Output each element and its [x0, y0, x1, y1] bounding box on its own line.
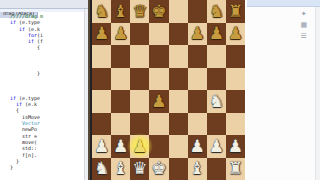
piece-wq-c1[interactable]: ♛ — [130, 158, 149, 181]
square-c6[interactable] — [130, 45, 149, 68]
square-f5[interactable] — [188, 68, 207, 91]
square-b1[interactable]: ♝ — [111, 158, 130, 181]
piece-bb-b8[interactable]: ♝ — [111, 0, 130, 23]
square-g2[interactable]: ♟ — [207, 135, 226, 158]
piece-wp-g2[interactable]: ♟ — [207, 135, 226, 158]
piece-bp-f7[interactable]: ♟ — [188, 23, 207, 46]
piece-wr-h1[interactable]: ♜ — [226, 158, 245, 181]
square-e1[interactable] — [169, 158, 188, 181]
piece-bk-d8[interactable]: ♚ — [149, 0, 168, 23]
chess-board: ♞♝♛♚♞♜♟♟♟♟♟♟♞♟♟♟♟♟♟♞♝♛♚♝♜ — [92, 0, 245, 180]
square-f1[interactable]: ♝ — [188, 158, 207, 181]
square-g1[interactable] — [207, 158, 226, 181]
side-panel-titlebar — [247, 0, 320, 7]
code-area[interactable]: /////drag mif (e.type if (e.k for(i if (… — [0, 13, 85, 180]
list-icon[interactable]: ☰ — [301, 32, 307, 40]
square-g5[interactable] — [207, 68, 226, 91]
square-b5[interactable] — [111, 68, 130, 91]
square-e3[interactable] — [169, 113, 188, 136]
square-g8[interactable]: ♞ — [207, 0, 226, 23]
square-h6[interactable] — [226, 45, 245, 68]
square-b6[interactable] — [111, 45, 130, 68]
square-c4[interactable] — [130, 90, 149, 113]
code-editor: drag (Ataca) /////drag mif (e.type if (e… — [0, 0, 88, 180]
square-f8[interactable] — [188, 0, 207, 23]
piece-wp-b2[interactable]: ♟ — [111, 135, 130, 158]
square-c5[interactable] — [130, 68, 149, 91]
piece-bn-a8[interactable]: ♞ — [92, 0, 111, 23]
grid-icon[interactable]: ▦ — [300, 21, 307, 29]
square-d5[interactable] — [149, 68, 168, 91]
square-a5[interactable] — [92, 68, 111, 91]
square-a1[interactable]: ♞ — [92, 158, 111, 181]
square-a8[interactable]: ♞ — [92, 0, 111, 23]
square-g6[interactable] — [207, 45, 226, 68]
square-a6[interactable] — [92, 45, 111, 68]
square-e4[interactable] — [169, 90, 188, 113]
star-icon[interactable]: ✦ — [301, 10, 307, 18]
piece-bp-d4[interactable]: ♟ — [149, 90, 168, 113]
piece-bp-g7[interactable]: ♟ — [207, 23, 226, 46]
square-b4[interactable] — [111, 90, 130, 113]
square-a3[interactable] — [92, 113, 111, 136]
square-f4[interactable] — [188, 90, 207, 113]
square-b7[interactable]: ♟ — [111, 23, 130, 46]
square-e8[interactable] — [169, 0, 188, 23]
square-h2[interactable]: ♟ — [226, 135, 245, 158]
square-d1[interactable]: ♚ — [149, 158, 168, 181]
square-d3[interactable] — [149, 113, 168, 136]
side-panel-toolbar: ✦▦☰ — [300, 10, 307, 40]
square-d7[interactable] — [149, 23, 168, 46]
piece-br-h8[interactable]: ♜ — [226, 0, 245, 23]
square-c7[interactable] — [130, 23, 149, 46]
square-f6[interactable] — [188, 45, 207, 68]
square-e2[interactable] — [169, 135, 188, 158]
side-panel-scrollbar[interactable] — [315, 7, 320, 180]
square-f3[interactable] — [188, 113, 207, 136]
piece-bn-g8[interactable]: ♞ — [207, 0, 226, 23]
piece-wp-a2[interactable]: ♟ — [92, 135, 111, 158]
piece-bp-a7[interactable]: ♟ — [92, 23, 111, 46]
piece-wb-b1[interactable]: ♝ — [111, 158, 130, 181]
piece-wp-h2[interactable]: ♟ — [226, 135, 245, 158]
square-f7[interactable]: ♟ — [188, 23, 207, 46]
code-line: } — [10, 164, 85, 170]
square-b8[interactable]: ♝ — [111, 0, 130, 23]
square-g7[interactable]: ♟ — [207, 23, 226, 46]
piece-wn-a1[interactable]: ♞ — [92, 158, 111, 181]
square-a2[interactable]: ♟ — [92, 135, 111, 158]
piece-wk-d1[interactable]: ♚ — [149, 158, 168, 181]
square-h8[interactable]: ♜ — [226, 0, 245, 23]
square-f2[interactable]: ♟ — [188, 135, 207, 158]
square-h4[interactable] — [226, 90, 245, 113]
square-e6[interactable] — [169, 45, 188, 68]
piece-wp-f2[interactable]: ♟ — [188, 135, 207, 158]
side-panel: ✦▦☰ — [247, 0, 320, 180]
square-c3[interactable] — [130, 113, 149, 136]
square-b3[interactable] — [111, 113, 130, 136]
square-c1[interactable]: ♛ — [130, 158, 149, 181]
piece-bp-b7[interactable]: ♟ — [111, 23, 130, 46]
square-g3[interactable] — [207, 113, 226, 136]
square-c2[interactable]: ♟ — [130, 135, 149, 158]
square-b2[interactable]: ♟ — [111, 135, 130, 158]
square-h1[interactable]: ♜ — [226, 158, 245, 181]
square-a4[interactable] — [92, 90, 111, 113]
piece-bq-c8[interactable]: ♛ — [130, 0, 149, 23]
square-h7[interactable]: ♟ — [226, 23, 245, 46]
editor-tab-bar: drag (Ataca) — [0, 0, 88, 9]
square-d6[interactable] — [149, 45, 168, 68]
square-a7[interactable]: ♟ — [92, 23, 111, 46]
piece-bp-h7[interactable]: ♟ — [226, 23, 245, 46]
piece-wn-g4[interactable]: ♞ — [207, 90, 226, 113]
square-e7[interactable] — [169, 23, 188, 46]
square-g4[interactable]: ♞ — [207, 90, 226, 113]
piece-wp-c2[interactable]: ♟ — [130, 135, 149, 158]
editor-breadcrumb-strip — [0, 9, 88, 12]
chess-window: ♞♝♛♚♞♜♟♟♟♟♟♟♞♟♟♟♟♟♟♞♝♛♚♝♜ — [88, 0, 245, 180]
square-h5[interactable] — [226, 68, 245, 91]
square-e5[interactable] — [169, 68, 188, 91]
square-d8[interactable]: ♚ — [149, 0, 168, 23]
square-d4[interactable]: ♟ — [149, 90, 168, 113]
screen: drag (Ataca) /////drag mif (e.type if (e… — [0, 0, 320, 180]
square-h3[interactable] — [226, 113, 245, 136]
square-c8[interactable]: ♛ — [130, 0, 149, 23]
piece-wb-f1[interactable]: ♝ — [188, 158, 207, 181]
